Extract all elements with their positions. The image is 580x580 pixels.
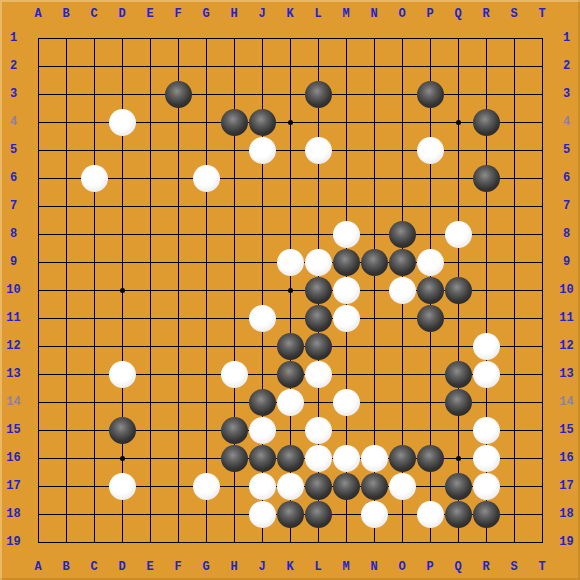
intersection-M17[interactable] (332, 472, 360, 500)
intersection-E4[interactable] (136, 108, 164, 136)
intersection-N8[interactable] (360, 220, 388, 248)
intersection-L1[interactable] (304, 24, 332, 52)
intersection-B2[interactable] (52, 52, 80, 80)
intersection-H2[interactable] (220, 52, 248, 80)
intersection-Q2[interactable] (444, 52, 472, 80)
intersection-R2[interactable] (472, 52, 500, 80)
intersection-O15[interactable] (388, 416, 416, 444)
intersection-E14[interactable] (136, 388, 164, 416)
intersection-N1[interactable] (360, 24, 388, 52)
intersection-O8[interactable] (388, 220, 416, 248)
intersection-Q7[interactable] (444, 192, 472, 220)
intersection-N17[interactable] (360, 472, 388, 500)
intersection-N11[interactable] (360, 304, 388, 332)
intersection-M12[interactable] (332, 332, 360, 360)
intersection-A6[interactable] (24, 164, 52, 192)
intersection-C16[interactable] (80, 444, 108, 472)
intersection-R13[interactable] (472, 360, 500, 388)
intersection-R18[interactable] (472, 500, 500, 528)
intersection-F4[interactable] (164, 108, 192, 136)
intersection-T4[interactable] (528, 108, 556, 136)
intersection-A5[interactable] (24, 136, 52, 164)
intersection-O9[interactable] (388, 248, 416, 276)
intersection-P16[interactable] (416, 444, 444, 472)
intersection-A3[interactable] (24, 80, 52, 108)
intersection-G7[interactable] (192, 192, 220, 220)
intersection-P4[interactable] (416, 108, 444, 136)
intersection-J15[interactable] (248, 416, 276, 444)
intersection-C8[interactable] (80, 220, 108, 248)
intersection-Q9[interactable] (444, 248, 472, 276)
intersection-Q13[interactable] (444, 360, 472, 388)
intersection-H4[interactable] (220, 108, 248, 136)
intersection-D2[interactable] (108, 52, 136, 80)
intersection-T2[interactable] (528, 52, 556, 80)
intersection-K15[interactable] (276, 416, 304, 444)
intersection-B9[interactable] (52, 248, 80, 276)
intersection-K17[interactable] (276, 472, 304, 500)
intersection-B16[interactable] (52, 444, 80, 472)
intersection-L3[interactable] (304, 80, 332, 108)
intersection-Q16[interactable] (444, 444, 472, 472)
intersection-J8[interactable] (248, 220, 276, 248)
intersection-E7[interactable] (136, 192, 164, 220)
intersection-J1[interactable] (248, 24, 276, 52)
intersection-K4[interactable] (276, 108, 304, 136)
intersection-N18[interactable] (360, 500, 388, 528)
intersection-B18[interactable] (52, 500, 80, 528)
intersection-O11[interactable] (388, 304, 416, 332)
intersection-A4[interactable] (24, 108, 52, 136)
intersection-C4[interactable] (80, 108, 108, 136)
intersection-H15[interactable] (220, 416, 248, 444)
intersection-T10[interactable] (528, 276, 556, 304)
intersection-R16[interactable] (472, 444, 500, 472)
intersection-F1[interactable] (164, 24, 192, 52)
intersection-G13[interactable] (192, 360, 220, 388)
intersection-O2[interactable] (388, 52, 416, 80)
intersection-E8[interactable] (136, 220, 164, 248)
intersection-S14[interactable] (500, 388, 528, 416)
intersection-O13[interactable] (388, 360, 416, 388)
intersection-M18[interactable] (332, 500, 360, 528)
intersection-D8[interactable] (108, 220, 136, 248)
intersection-R19[interactable] (472, 528, 500, 556)
intersection-M15[interactable] (332, 416, 360, 444)
intersection-M2[interactable] (332, 52, 360, 80)
intersection-B13[interactable] (52, 360, 80, 388)
intersection-B8[interactable] (52, 220, 80, 248)
intersection-E16[interactable] (136, 444, 164, 472)
intersection-T11[interactable] (528, 304, 556, 332)
intersection-H1[interactable] (220, 24, 248, 52)
intersection-B3[interactable] (52, 80, 80, 108)
intersection-D4[interactable] (108, 108, 136, 136)
intersection-F15[interactable] (164, 416, 192, 444)
intersection-J10[interactable] (248, 276, 276, 304)
intersection-F11[interactable] (164, 304, 192, 332)
intersection-N12[interactable] (360, 332, 388, 360)
intersection-L18[interactable] (304, 500, 332, 528)
intersection-D3[interactable] (108, 80, 136, 108)
intersection-E10[interactable] (136, 276, 164, 304)
intersection-E3[interactable] (136, 80, 164, 108)
intersection-J4[interactable] (248, 108, 276, 136)
intersection-F9[interactable] (164, 248, 192, 276)
intersection-J7[interactable] (248, 192, 276, 220)
intersection-A17[interactable] (24, 472, 52, 500)
intersection-S12[interactable] (500, 332, 528, 360)
intersection-A12[interactable] (24, 332, 52, 360)
intersection-O6[interactable] (388, 164, 416, 192)
intersection-D5[interactable] (108, 136, 136, 164)
intersection-R1[interactable] (472, 24, 500, 52)
intersection-B4[interactable] (52, 108, 80, 136)
intersection-G5[interactable] (192, 136, 220, 164)
intersection-O3[interactable] (388, 80, 416, 108)
intersection-G18[interactable] (192, 500, 220, 528)
intersection-R12[interactable] (472, 332, 500, 360)
intersection-S4[interactable] (500, 108, 528, 136)
intersection-C7[interactable] (80, 192, 108, 220)
intersection-O14[interactable] (388, 388, 416, 416)
intersection-K11[interactable] (276, 304, 304, 332)
intersection-Q19[interactable] (444, 528, 472, 556)
intersection-N15[interactable] (360, 416, 388, 444)
intersection-E15[interactable] (136, 416, 164, 444)
intersection-O7[interactable] (388, 192, 416, 220)
intersection-N6[interactable] (360, 164, 388, 192)
intersection-E6[interactable] (136, 164, 164, 192)
intersection-H13[interactable] (220, 360, 248, 388)
intersection-O18[interactable] (388, 500, 416, 528)
intersection-H18[interactable] (220, 500, 248, 528)
intersection-D14[interactable] (108, 388, 136, 416)
intersection-C12[interactable] (80, 332, 108, 360)
intersection-F8[interactable] (164, 220, 192, 248)
intersection-K12[interactable] (276, 332, 304, 360)
intersection-K6[interactable] (276, 164, 304, 192)
intersection-P3[interactable] (416, 80, 444, 108)
intersection-B12[interactable] (52, 332, 80, 360)
intersection-J11[interactable] (248, 304, 276, 332)
intersection-O5[interactable] (388, 136, 416, 164)
intersection-C9[interactable] (80, 248, 108, 276)
intersection-L9[interactable] (304, 248, 332, 276)
intersection-P12[interactable] (416, 332, 444, 360)
intersection-T16[interactable] (528, 444, 556, 472)
intersection-M14[interactable] (332, 388, 360, 416)
intersection-T13[interactable] (528, 360, 556, 388)
intersection-Q17[interactable] (444, 472, 472, 500)
intersection-M1[interactable] (332, 24, 360, 52)
intersection-F7[interactable] (164, 192, 192, 220)
intersection-Q8[interactable] (444, 220, 472, 248)
intersection-H3[interactable] (220, 80, 248, 108)
intersection-O12[interactable] (388, 332, 416, 360)
intersection-P15[interactable] (416, 416, 444, 444)
intersection-M7[interactable] (332, 192, 360, 220)
intersection-D12[interactable] (108, 332, 136, 360)
intersection-C5[interactable] (80, 136, 108, 164)
intersection-G1[interactable] (192, 24, 220, 52)
intersection-F12[interactable] (164, 332, 192, 360)
intersection-D6[interactable] (108, 164, 136, 192)
intersection-F18[interactable] (164, 500, 192, 528)
intersection-L2[interactable] (304, 52, 332, 80)
intersection-T7[interactable] (528, 192, 556, 220)
intersection-S11[interactable] (500, 304, 528, 332)
intersection-D19[interactable] (108, 528, 136, 556)
intersection-Q10[interactable] (444, 276, 472, 304)
intersection-D11[interactable] (108, 304, 136, 332)
intersection-N19[interactable] (360, 528, 388, 556)
intersection-A8[interactable] (24, 220, 52, 248)
intersection-G16[interactable] (192, 444, 220, 472)
intersection-Q1[interactable] (444, 24, 472, 52)
intersection-D18[interactable] (108, 500, 136, 528)
intersection-P13[interactable] (416, 360, 444, 388)
intersection-P10[interactable] (416, 276, 444, 304)
intersection-O10[interactable] (388, 276, 416, 304)
intersection-C3[interactable] (80, 80, 108, 108)
intersection-R3[interactable] (472, 80, 500, 108)
intersection-Q18[interactable] (444, 500, 472, 528)
intersection-E12[interactable] (136, 332, 164, 360)
intersection-E2[interactable] (136, 52, 164, 80)
intersection-H7[interactable] (220, 192, 248, 220)
intersection-E18[interactable] (136, 500, 164, 528)
intersection-T19[interactable] (528, 528, 556, 556)
intersection-S17[interactable] (500, 472, 528, 500)
intersection-R4[interactable] (472, 108, 500, 136)
intersection-D13[interactable] (108, 360, 136, 388)
intersection-H12[interactable] (220, 332, 248, 360)
intersection-H17[interactable] (220, 472, 248, 500)
intersection-S9[interactable] (500, 248, 528, 276)
intersection-G10[interactable] (192, 276, 220, 304)
intersection-T9[interactable] (528, 248, 556, 276)
intersection-P18[interactable] (416, 500, 444, 528)
intersection-R11[interactable] (472, 304, 500, 332)
intersection-G15[interactable] (192, 416, 220, 444)
intersection-P6[interactable] (416, 164, 444, 192)
intersection-A19[interactable] (24, 528, 52, 556)
intersection-N7[interactable] (360, 192, 388, 220)
intersection-D10[interactable] (108, 276, 136, 304)
intersection-O4[interactable] (388, 108, 416, 136)
intersection-A7[interactable] (24, 192, 52, 220)
intersection-C10[interactable] (80, 276, 108, 304)
intersection-K1[interactable] (276, 24, 304, 52)
intersection-B10[interactable] (52, 276, 80, 304)
intersection-A2[interactable] (24, 52, 52, 80)
intersection-T3[interactable] (528, 80, 556, 108)
intersection-S3[interactable] (500, 80, 528, 108)
intersection-D17[interactable] (108, 472, 136, 500)
intersection-R14[interactable] (472, 388, 500, 416)
intersection-H11[interactable] (220, 304, 248, 332)
intersection-S18[interactable] (500, 500, 528, 528)
intersection-D15[interactable] (108, 416, 136, 444)
intersection-N16[interactable] (360, 444, 388, 472)
intersection-H16[interactable] (220, 444, 248, 472)
intersection-J18[interactable] (248, 500, 276, 528)
intersection-R8[interactable] (472, 220, 500, 248)
intersection-L11[interactable] (304, 304, 332, 332)
intersection-E1[interactable] (136, 24, 164, 52)
intersection-J3[interactable] (248, 80, 276, 108)
intersection-P8[interactable] (416, 220, 444, 248)
intersection-F19[interactable] (164, 528, 192, 556)
intersection-G8[interactable] (192, 220, 220, 248)
intersection-K8[interactable] (276, 220, 304, 248)
intersection-P7[interactable] (416, 192, 444, 220)
intersection-C17[interactable] (80, 472, 108, 500)
intersection-L5[interactable] (304, 136, 332, 164)
intersection-M16[interactable] (332, 444, 360, 472)
intersection-H19[interactable] (220, 528, 248, 556)
intersection-S15[interactable] (500, 416, 528, 444)
intersection-G17[interactable] (192, 472, 220, 500)
intersection-T6[interactable] (528, 164, 556, 192)
intersection-L6[interactable] (304, 164, 332, 192)
intersection-P17[interactable] (416, 472, 444, 500)
intersection-Q5[interactable] (444, 136, 472, 164)
intersection-L12[interactable] (304, 332, 332, 360)
intersection-H9[interactable] (220, 248, 248, 276)
intersection-B17[interactable] (52, 472, 80, 500)
intersection-E9[interactable] (136, 248, 164, 276)
intersection-P5[interactable] (416, 136, 444, 164)
intersection-S6[interactable] (500, 164, 528, 192)
intersection-P14[interactable] (416, 388, 444, 416)
intersection-J14[interactable] (248, 388, 276, 416)
intersection-O17[interactable] (388, 472, 416, 500)
intersection-A9[interactable] (24, 248, 52, 276)
intersection-L15[interactable] (304, 416, 332, 444)
intersection-B14[interactable] (52, 388, 80, 416)
intersection-D1[interactable] (108, 24, 136, 52)
intersection-E17[interactable] (136, 472, 164, 500)
intersection-P19[interactable] (416, 528, 444, 556)
intersection-D7[interactable] (108, 192, 136, 220)
intersection-N14[interactable] (360, 388, 388, 416)
intersection-L8[interactable] (304, 220, 332, 248)
intersection-H14[interactable] (220, 388, 248, 416)
intersection-K9[interactable] (276, 248, 304, 276)
intersection-C11[interactable] (80, 304, 108, 332)
intersection-C1[interactable] (80, 24, 108, 52)
intersection-T17[interactable] (528, 472, 556, 500)
intersection-D9[interactable] (108, 248, 136, 276)
intersection-T12[interactable] (528, 332, 556, 360)
intersection-F13[interactable] (164, 360, 192, 388)
intersection-P2[interactable] (416, 52, 444, 80)
intersection-C14[interactable] (80, 388, 108, 416)
intersection-S8[interactable] (500, 220, 528, 248)
intersection-L19[interactable] (304, 528, 332, 556)
intersection-K18[interactable] (276, 500, 304, 528)
intersection-K16[interactable] (276, 444, 304, 472)
intersection-R17[interactable] (472, 472, 500, 500)
intersection-S2[interactable] (500, 52, 528, 80)
intersection-F14[interactable] (164, 388, 192, 416)
goban[interactable] (24, 24, 556, 556)
intersection-S19[interactable] (500, 528, 528, 556)
intersection-L16[interactable] (304, 444, 332, 472)
intersection-B19[interactable] (52, 528, 80, 556)
intersection-J16[interactable] (248, 444, 276, 472)
intersection-B11[interactable] (52, 304, 80, 332)
intersection-O16[interactable] (388, 444, 416, 472)
intersection-A14[interactable] (24, 388, 52, 416)
intersection-T15[interactable] (528, 416, 556, 444)
intersection-H5[interactable] (220, 136, 248, 164)
intersection-K19[interactable] (276, 528, 304, 556)
intersection-E13[interactable] (136, 360, 164, 388)
intersection-C19[interactable] (80, 528, 108, 556)
intersection-M13[interactable] (332, 360, 360, 388)
intersection-P9[interactable] (416, 248, 444, 276)
intersection-H10[interactable] (220, 276, 248, 304)
intersection-F5[interactable] (164, 136, 192, 164)
intersection-N5[interactable] (360, 136, 388, 164)
intersection-Q3[interactable] (444, 80, 472, 108)
intersection-M6[interactable] (332, 164, 360, 192)
intersection-A11[interactable] (24, 304, 52, 332)
intersection-A13[interactable] (24, 360, 52, 388)
intersection-S1[interactable] (500, 24, 528, 52)
intersection-C18[interactable] (80, 500, 108, 528)
intersection-G11[interactable] (192, 304, 220, 332)
intersection-A18[interactable] (24, 500, 52, 528)
intersection-J19[interactable] (248, 528, 276, 556)
intersection-R6[interactable] (472, 164, 500, 192)
intersection-L10[interactable] (304, 276, 332, 304)
intersection-T5[interactable] (528, 136, 556, 164)
intersection-E5[interactable] (136, 136, 164, 164)
intersection-G19[interactable] (192, 528, 220, 556)
intersection-A10[interactable] (24, 276, 52, 304)
intersection-M10[interactable] (332, 276, 360, 304)
intersection-R10[interactable] (472, 276, 500, 304)
intersection-M4[interactable] (332, 108, 360, 136)
intersection-Q4[interactable] (444, 108, 472, 136)
intersection-G6[interactable] (192, 164, 220, 192)
intersection-Q12[interactable] (444, 332, 472, 360)
intersection-F17[interactable] (164, 472, 192, 500)
intersection-J5[interactable] (248, 136, 276, 164)
intersection-O19[interactable] (388, 528, 416, 556)
intersection-M19[interactable] (332, 528, 360, 556)
intersection-L7[interactable] (304, 192, 332, 220)
intersection-J13[interactable] (248, 360, 276, 388)
intersection-Q15[interactable] (444, 416, 472, 444)
intersection-Q14[interactable] (444, 388, 472, 416)
intersection-J12[interactable] (248, 332, 276, 360)
intersection-B5[interactable] (52, 136, 80, 164)
intersection-C6[interactable] (80, 164, 108, 192)
intersection-M11[interactable] (332, 304, 360, 332)
intersection-F16[interactable] (164, 444, 192, 472)
intersection-N9[interactable] (360, 248, 388, 276)
intersection-P1[interactable] (416, 24, 444, 52)
intersection-S5[interactable] (500, 136, 528, 164)
intersection-R15[interactable] (472, 416, 500, 444)
intersection-Q6[interactable] (444, 164, 472, 192)
intersection-K2[interactable] (276, 52, 304, 80)
